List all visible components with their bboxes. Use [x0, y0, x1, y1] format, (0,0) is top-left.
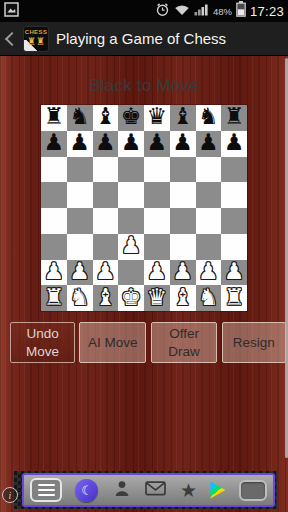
white-pawn: ♟: [69, 260, 90, 283]
info-icon[interactable]: i: [2, 487, 18, 503]
square-h7[interactable]: ♟: [221, 131, 247, 157]
square-f7[interactable]: ♟: [170, 131, 196, 157]
crescent-app-icon[interactable]: ☾: [75, 479, 98, 502]
white-pawn: ♟: [147, 260, 168, 283]
square-a2[interactable]: ♟: [41, 260, 67, 286]
black-bishop: ♝: [172, 105, 193, 128]
black-pawn: ♟: [95, 131, 116, 154]
square-c6[interactable]: [93, 157, 119, 183]
star-icon[interactable]: ★: [180, 481, 197, 500]
square-g1[interactable]: ♞: [196, 285, 222, 311]
white-rook: ♜: [44, 286, 65, 309]
square-f6[interactable]: [170, 157, 196, 183]
square-d8[interactable]: ♚: [118, 105, 144, 131]
clock-text: 17:23: [250, 4, 284, 19]
square-h6[interactable]: [221, 157, 247, 183]
square-b3[interactable]: [67, 234, 93, 260]
square-h3[interactable]: [221, 234, 247, 260]
signal-icon: [194, 2, 209, 20]
white-pawn: ♟: [121, 234, 142, 257]
white-knight: ♞: [69, 286, 90, 309]
contact-icon[interactable]: [112, 479, 132, 502]
square-a8[interactable]: ♜: [41, 105, 67, 131]
white-bishop: ♝: [172, 286, 193, 309]
black-rook: ♜: [224, 105, 245, 128]
square-a6[interactable]: [41, 157, 67, 183]
square-e8[interactable]: ♛: [144, 105, 170, 131]
square-b4[interactable]: [67, 208, 93, 234]
back-chevron-icon[interactable]: [5, 31, 19, 45]
square-d1[interactable]: ♚: [118, 285, 144, 311]
black-rook: ♜: [44, 105, 65, 128]
square-g8[interactable]: ♞: [196, 105, 222, 131]
square-e2[interactable]: ♟: [144, 260, 170, 286]
square-f4[interactable]: [170, 208, 196, 234]
wifi-icon: [174, 2, 190, 20]
screenshot-icon: [4, 2, 19, 21]
square-c4[interactable]: [93, 208, 119, 234]
square-b5[interactable]: [67, 182, 93, 208]
square-e5[interactable]: [144, 182, 170, 208]
square-e7[interactable]: ♟: [144, 131, 170, 157]
square-d5[interactable]: [118, 182, 144, 208]
black-pawn: ♟: [69, 131, 90, 154]
black-knight: ♞: [198, 105, 219, 128]
white-pawn: ♟: [95, 260, 116, 283]
black-queen: ♛: [147, 105, 168, 128]
square-b1[interactable]: ♞: [67, 285, 93, 311]
square-f2[interactable]: ♟: [170, 260, 196, 286]
square-a5[interactable]: [41, 182, 67, 208]
square-a7[interactable]: ♟: [41, 131, 67, 157]
square-c8[interactable]: ♝: [93, 105, 119, 131]
white-queen: ♛: [147, 286, 168, 309]
offer-draw-button[interactable]: Offer Draw: [151, 322, 216, 363]
status-icons: 48% 17:23: [155, 1, 284, 21]
square-c5[interactable]: [93, 182, 119, 208]
square-h4[interactable]: [221, 208, 247, 234]
square-d4[interactable]: [118, 208, 144, 234]
scrollbar[interactable]: [285, 58, 288, 458]
black-king: ♚: [121, 105, 142, 128]
dock-bar: ☾ ★: [22, 473, 275, 507]
chess-app-icon[interactable]: CHESS ♜♜: [23, 26, 49, 52]
black-pawn: ♟: [172, 131, 193, 154]
page-title: Playing a Game of Chess: [56, 30, 226, 47]
dock-background: ☾ ★: [14, 471, 277, 509]
square-c3[interactable]: [93, 234, 119, 260]
square-g7[interactable]: ♟: [196, 131, 222, 157]
square-f1[interactable]: ♝: [170, 285, 196, 311]
square-e3[interactable]: [144, 234, 170, 260]
square-e6[interactable]: [144, 157, 170, 183]
play-store-icon[interactable]: [210, 482, 225, 499]
square-h1[interactable]: ♜: [221, 285, 247, 311]
turn-indicator: Black to Move: [0, 76, 288, 96]
chess-board: ♜♞♝♚♛♝♞♜♟♟♟♟♟♟♟♟♟♟♟♟♟♟♟♟♜♞♝♚♛♝♞♜: [41, 105, 247, 311]
control-buttons: Undo Move AI Move Offer Draw Resign: [10, 322, 286, 363]
white-pawn: ♟: [172, 260, 193, 283]
square-g3[interactable]: [196, 234, 222, 260]
black-pawn: ♟: [147, 131, 168, 154]
square-g2[interactable]: ♟: [196, 260, 222, 286]
square-a1[interactable]: ♜: [41, 285, 67, 311]
square-d3[interactable]: ♟: [118, 234, 144, 260]
square-g6[interactable]: [196, 157, 222, 183]
square-d7[interactable]: ♟: [118, 131, 144, 157]
square-b2[interactable]: ♟: [67, 260, 93, 286]
square-h2[interactable]: ♟: [221, 260, 247, 286]
square-a3[interactable]: [41, 234, 67, 260]
square-f3[interactable]: [170, 234, 196, 260]
square-e4[interactable]: [144, 208, 170, 234]
square-h8[interactable]: ♜: [221, 105, 247, 131]
email-icon[interactable]: [145, 481, 166, 500]
alarm-icon: [155, 2, 170, 21]
battery-icon: [236, 1, 246, 21]
title-bar: CHESS ♜♜ Playing a Game of Chess: [0, 22, 288, 56]
app-icon-label: CHESS: [25, 29, 48, 36]
white-rook: ♜: [224, 286, 245, 309]
square-b7[interactable]: ♟: [67, 131, 93, 157]
square-f5[interactable]: [170, 182, 196, 208]
square-g4[interactable]: [196, 208, 222, 234]
square-d6[interactable]: [118, 157, 144, 183]
app-icon-pieces: ♜♜: [27, 37, 45, 47]
square-c7[interactable]: ♟: [93, 131, 119, 157]
square-c1[interactable]: ♝: [93, 285, 119, 311]
battery-percent: 48%: [213, 6, 232, 17]
menu-icon[interactable]: [30, 478, 62, 502]
black-bishop: ♝: [95, 105, 116, 128]
square-d2[interactable]: [118, 260, 144, 286]
white-knight: ♞: [198, 286, 219, 309]
square-c2[interactable]: ♟: [93, 260, 119, 286]
square-h5[interactable]: [221, 182, 247, 208]
phone-screen: 48% 17:23 CHESS ♜♜ Playing a Game of Che…: [0, 0, 288, 512]
white-pawn: ♟: [224, 260, 245, 283]
square-e1[interactable]: ♛: [144, 285, 170, 311]
black-pawn: ♟: [44, 131, 65, 154]
ai-move-button[interactable]: AI Move: [79, 322, 146, 363]
white-king: ♚: [121, 286, 142, 309]
square-g5[interactable]: [196, 182, 222, 208]
white-pawn: ♟: [198, 260, 219, 283]
black-pawn: ♟: [198, 131, 219, 154]
black-pawn: ♟: [224, 131, 245, 154]
square-b8[interactable]: ♞: [67, 105, 93, 131]
black-knight: ♞: [69, 105, 90, 128]
blank-slot[interactable]: [239, 480, 267, 501]
status-bar: 48% 17:23: [0, 0, 288, 22]
square-a4[interactable]: [41, 208, 67, 234]
undo-move-button[interactable]: Undo Move: [10, 322, 75, 363]
white-pawn: ♟: [44, 260, 65, 283]
square-f8[interactable]: ♝: [170, 105, 196, 131]
game-area: Black to Move ♜♞♝♚♛♝♞♜♟♟♟♟♟♟♟♟♟♟♟♟♟♟♟♟♜♞…: [0, 56, 288, 512]
resign-button[interactable]: Resign: [222, 322, 286, 363]
white-bishop: ♝: [95, 286, 116, 309]
black-pawn: ♟: [121, 131, 142, 154]
square-b6[interactable]: [67, 157, 93, 183]
